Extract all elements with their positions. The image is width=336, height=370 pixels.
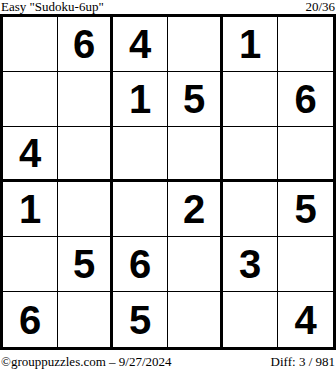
cell-r4c4: 2 — [168, 182, 223, 237]
cell-r6c5[interactable] — [223, 292, 278, 347]
puzzle-page: Easy "Sudoku-6up" 20/36 6411564125563654… — [0, 0, 336, 370]
cell-r1c2: 6 — [58, 17, 113, 72]
cell-r6c6: 4 — [278, 292, 333, 347]
cell-r2c5[interactable] — [223, 72, 278, 127]
cell-r2c1[interactable] — [3, 72, 58, 127]
cell-r3c1: 4 — [3, 127, 58, 182]
cell-r2c2[interactable] — [58, 72, 113, 127]
cell-r5c2: 5 — [58, 237, 113, 292]
copyright-date: ©grouppuzzles.com – 9/27/2024 — [1, 355, 172, 368]
cell-r3c4[interactable] — [168, 127, 223, 182]
cell-r6c1: 6 — [3, 292, 58, 347]
sudoku-grid: 6411564125563654 — [0, 14, 336, 350]
cell-r2c4: 5 — [168, 72, 223, 127]
cell-r6c4[interactable] — [168, 292, 223, 347]
cell-r2c6: 6 — [278, 72, 333, 127]
cell-r5c3: 6 — [113, 237, 168, 292]
cell-r2c3: 1 — [113, 72, 168, 127]
cell-r4c5[interactable] — [223, 182, 278, 237]
cell-r3c2[interactable] — [58, 127, 113, 182]
header: Easy "Sudoku-6up" 20/36 — [0, 0, 336, 14]
page-title: Easy "Sudoku-6up" — [1, 0, 104, 13]
cell-r1c6[interactable] — [278, 17, 333, 72]
cell-r4c3[interactable] — [113, 182, 168, 237]
cell-r6c2[interactable] — [58, 292, 113, 347]
cell-r4c1: 1 — [3, 182, 58, 237]
cell-r3c6[interactable] — [278, 127, 333, 182]
cell-r6c3: 5 — [113, 292, 168, 347]
cell-r1c4[interactable] — [168, 17, 223, 72]
cell-r4c6: 5 — [278, 182, 333, 237]
cell-r5c1[interactable] — [3, 237, 58, 292]
cell-r5c6[interactable] — [278, 237, 333, 292]
puzzle-counter: 20/36 — [305, 0, 335, 13]
cell-r3c5[interactable] — [223, 127, 278, 182]
cell-r4c2[interactable] — [58, 182, 113, 237]
difficulty-label: Diff: 3 / 981 — [271, 355, 335, 368]
cell-r5c4[interactable] — [168, 237, 223, 292]
footer: ©grouppuzzles.com – 9/27/2024 Diff: 3 / … — [0, 350, 336, 370]
cell-r1c5: 1 — [223, 17, 278, 72]
cell-r1c1[interactable] — [3, 17, 58, 72]
cell-r1c3: 4 — [113, 17, 168, 72]
cell-r5c5: 3 — [223, 237, 278, 292]
cell-r3c3[interactable] — [113, 127, 168, 182]
